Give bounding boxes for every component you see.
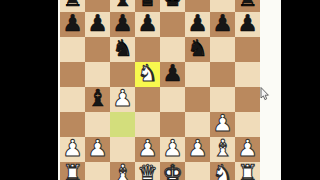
square-d5[interactable]: ♞ xyxy=(135,62,160,87)
black-pawn[interactable]: ♟ xyxy=(62,11,83,36)
square-h6[interactable] xyxy=(235,37,260,62)
square-c1[interactable]: ♝ xyxy=(110,162,135,180)
black-king[interactable]: ♚ xyxy=(162,0,183,11)
square-g7[interactable]: ♟ xyxy=(210,12,235,37)
square-h1[interactable]: ♜ xyxy=(235,162,260,180)
white-bishop[interactable]: ♝ xyxy=(112,161,133,180)
square-e4[interactable] xyxy=(160,87,185,112)
square-h3[interactable] xyxy=(235,112,260,137)
black-pawn[interactable]: ♟ xyxy=(137,11,158,36)
black-knight[interactable]: ♞ xyxy=(187,36,208,61)
square-d2[interactable]: ♟ xyxy=(135,137,160,162)
black-bishop[interactable]: ♝ xyxy=(87,86,108,111)
black-knight[interactable]: ♞ xyxy=(112,36,133,61)
black-pawn[interactable]: ♟ xyxy=(112,11,133,36)
white-pawn[interactable]: ♟ xyxy=(87,136,108,161)
square-f7[interactable]: ♟ xyxy=(185,12,210,37)
chess-board: ♜♝♛♚♜♟♟♟♟♟♟♟♞♞♞♟♝♟♟♟♟♟♟♟♝♟♜♝♛♚♞♜ xyxy=(60,0,260,180)
white-king[interactable]: ♚ xyxy=(162,161,183,180)
square-d6[interactable] xyxy=(135,37,160,62)
square-e3[interactable] xyxy=(160,112,185,137)
square-d3[interactable] xyxy=(135,112,160,137)
square-h4[interactable] xyxy=(235,87,260,112)
square-g2[interactable]: ♝ xyxy=(210,137,235,162)
white-knight[interactable]: ♞ xyxy=(212,161,233,180)
square-b7[interactable]: ♟ xyxy=(85,12,110,37)
white-pawn[interactable]: ♟ xyxy=(112,86,133,111)
square-f1[interactable] xyxy=(185,162,210,180)
square-b3[interactable] xyxy=(85,112,110,137)
square-e1[interactable]: ♚ xyxy=(160,162,185,180)
square-e7[interactable] xyxy=(160,12,185,37)
square-f4[interactable] xyxy=(185,87,210,112)
white-pawn[interactable]: ♟ xyxy=(237,136,258,161)
square-c2[interactable] xyxy=(110,137,135,162)
square-a1[interactable]: ♜ xyxy=(60,162,85,180)
square-d1[interactable]: ♛ xyxy=(135,162,160,180)
square-b5[interactable] xyxy=(85,62,110,87)
black-pawn[interactable]: ♟ xyxy=(212,11,233,36)
square-g1[interactable]: ♞ xyxy=(210,162,235,180)
square-b2[interactable]: ♟ xyxy=(85,137,110,162)
square-a2[interactable]: ♟ xyxy=(60,137,85,162)
square-c6[interactable]: ♞ xyxy=(110,37,135,62)
square-e5[interactable]: ♟ xyxy=(160,62,185,87)
square-a6[interactable] xyxy=(60,37,85,62)
square-g3[interactable]: ♟ xyxy=(210,112,235,137)
white-rook[interactable]: ♜ xyxy=(237,161,258,180)
black-pawn[interactable]: ♟ xyxy=(162,61,183,86)
square-e8[interactable]: ♚ xyxy=(160,0,185,12)
white-pawn[interactable]: ♟ xyxy=(62,136,83,161)
white-queen[interactable]: ♛ xyxy=(137,161,158,180)
square-g5[interactable] xyxy=(210,62,235,87)
black-pawn[interactable]: ♟ xyxy=(237,11,258,36)
square-f3[interactable] xyxy=(185,112,210,137)
white-knight[interactable]: ♞ xyxy=(137,61,158,86)
square-h2[interactable]: ♟ xyxy=(235,137,260,162)
square-e6[interactable] xyxy=(160,37,185,62)
square-c7[interactable]: ♟ xyxy=(110,12,135,37)
square-g6[interactable] xyxy=(210,37,235,62)
square-g4[interactable] xyxy=(210,87,235,112)
square-f5[interactable] xyxy=(185,62,210,87)
square-d7[interactable]: ♟ xyxy=(135,12,160,37)
square-c4[interactable]: ♟ xyxy=(110,87,135,112)
square-h5[interactable] xyxy=(235,62,260,87)
square-d4[interactable] xyxy=(135,87,160,112)
black-pawn[interactable]: ♟ xyxy=(87,11,108,36)
square-e2[interactable]: ♟ xyxy=(160,137,185,162)
square-b4[interactable]: ♝ xyxy=(85,87,110,112)
black-pawn[interactable]: ♟ xyxy=(187,11,208,36)
square-f2[interactable]: ♟ xyxy=(185,137,210,162)
square-c5[interactable] xyxy=(110,62,135,87)
square-h7[interactable]: ♟ xyxy=(235,12,260,37)
square-a3[interactable] xyxy=(60,112,85,137)
square-b6[interactable] xyxy=(85,37,110,62)
white-rook[interactable]: ♜ xyxy=(62,161,83,180)
white-pawn[interactable]: ♟ xyxy=(212,111,233,136)
white-pawn[interactable]: ♟ xyxy=(162,136,183,161)
white-pawn[interactable]: ♟ xyxy=(187,136,208,161)
square-c3[interactable] xyxy=(110,112,135,137)
square-b1[interactable] xyxy=(85,162,110,180)
square-a5[interactable] xyxy=(60,62,85,87)
square-f6[interactable]: ♞ xyxy=(185,37,210,62)
screen: ♜♝♛♚♜♟♟♟♟♟♟♟♞♞♞♟♝♟♟♟♟♟♟♟♝♟♜♝♛♚♞♜ xyxy=(0,0,320,180)
white-bishop[interactable]: ♝ xyxy=(212,136,233,161)
square-a7[interactable]: ♟ xyxy=(60,12,85,37)
white-pawn[interactable]: ♟ xyxy=(137,136,158,161)
square-a4[interactable] xyxy=(60,87,85,112)
